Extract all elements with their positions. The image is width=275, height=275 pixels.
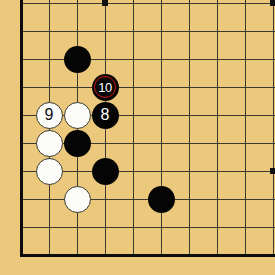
white-stone	[64, 186, 91, 213]
black-stone	[92, 158, 119, 185]
black-stone: 10	[92, 74, 119, 101]
black-stone	[148, 186, 175, 213]
white-stone: 9	[36, 102, 63, 129]
white-stone	[36, 130, 63, 157]
white-stone	[64, 102, 91, 129]
white-stone	[36, 158, 63, 185]
move-number-label: 9	[45, 107, 54, 123]
black-stone	[64, 46, 91, 73]
black-stone: 8	[92, 102, 119, 129]
move-number-label: 8	[101, 107, 110, 123]
move-number-label: 10	[98, 81, 111, 94]
go-board[interactable]: 1098	[0, 0, 275, 275]
black-stone	[64, 130, 91, 157]
stones-layer: 1098	[7, 0, 275, 269]
